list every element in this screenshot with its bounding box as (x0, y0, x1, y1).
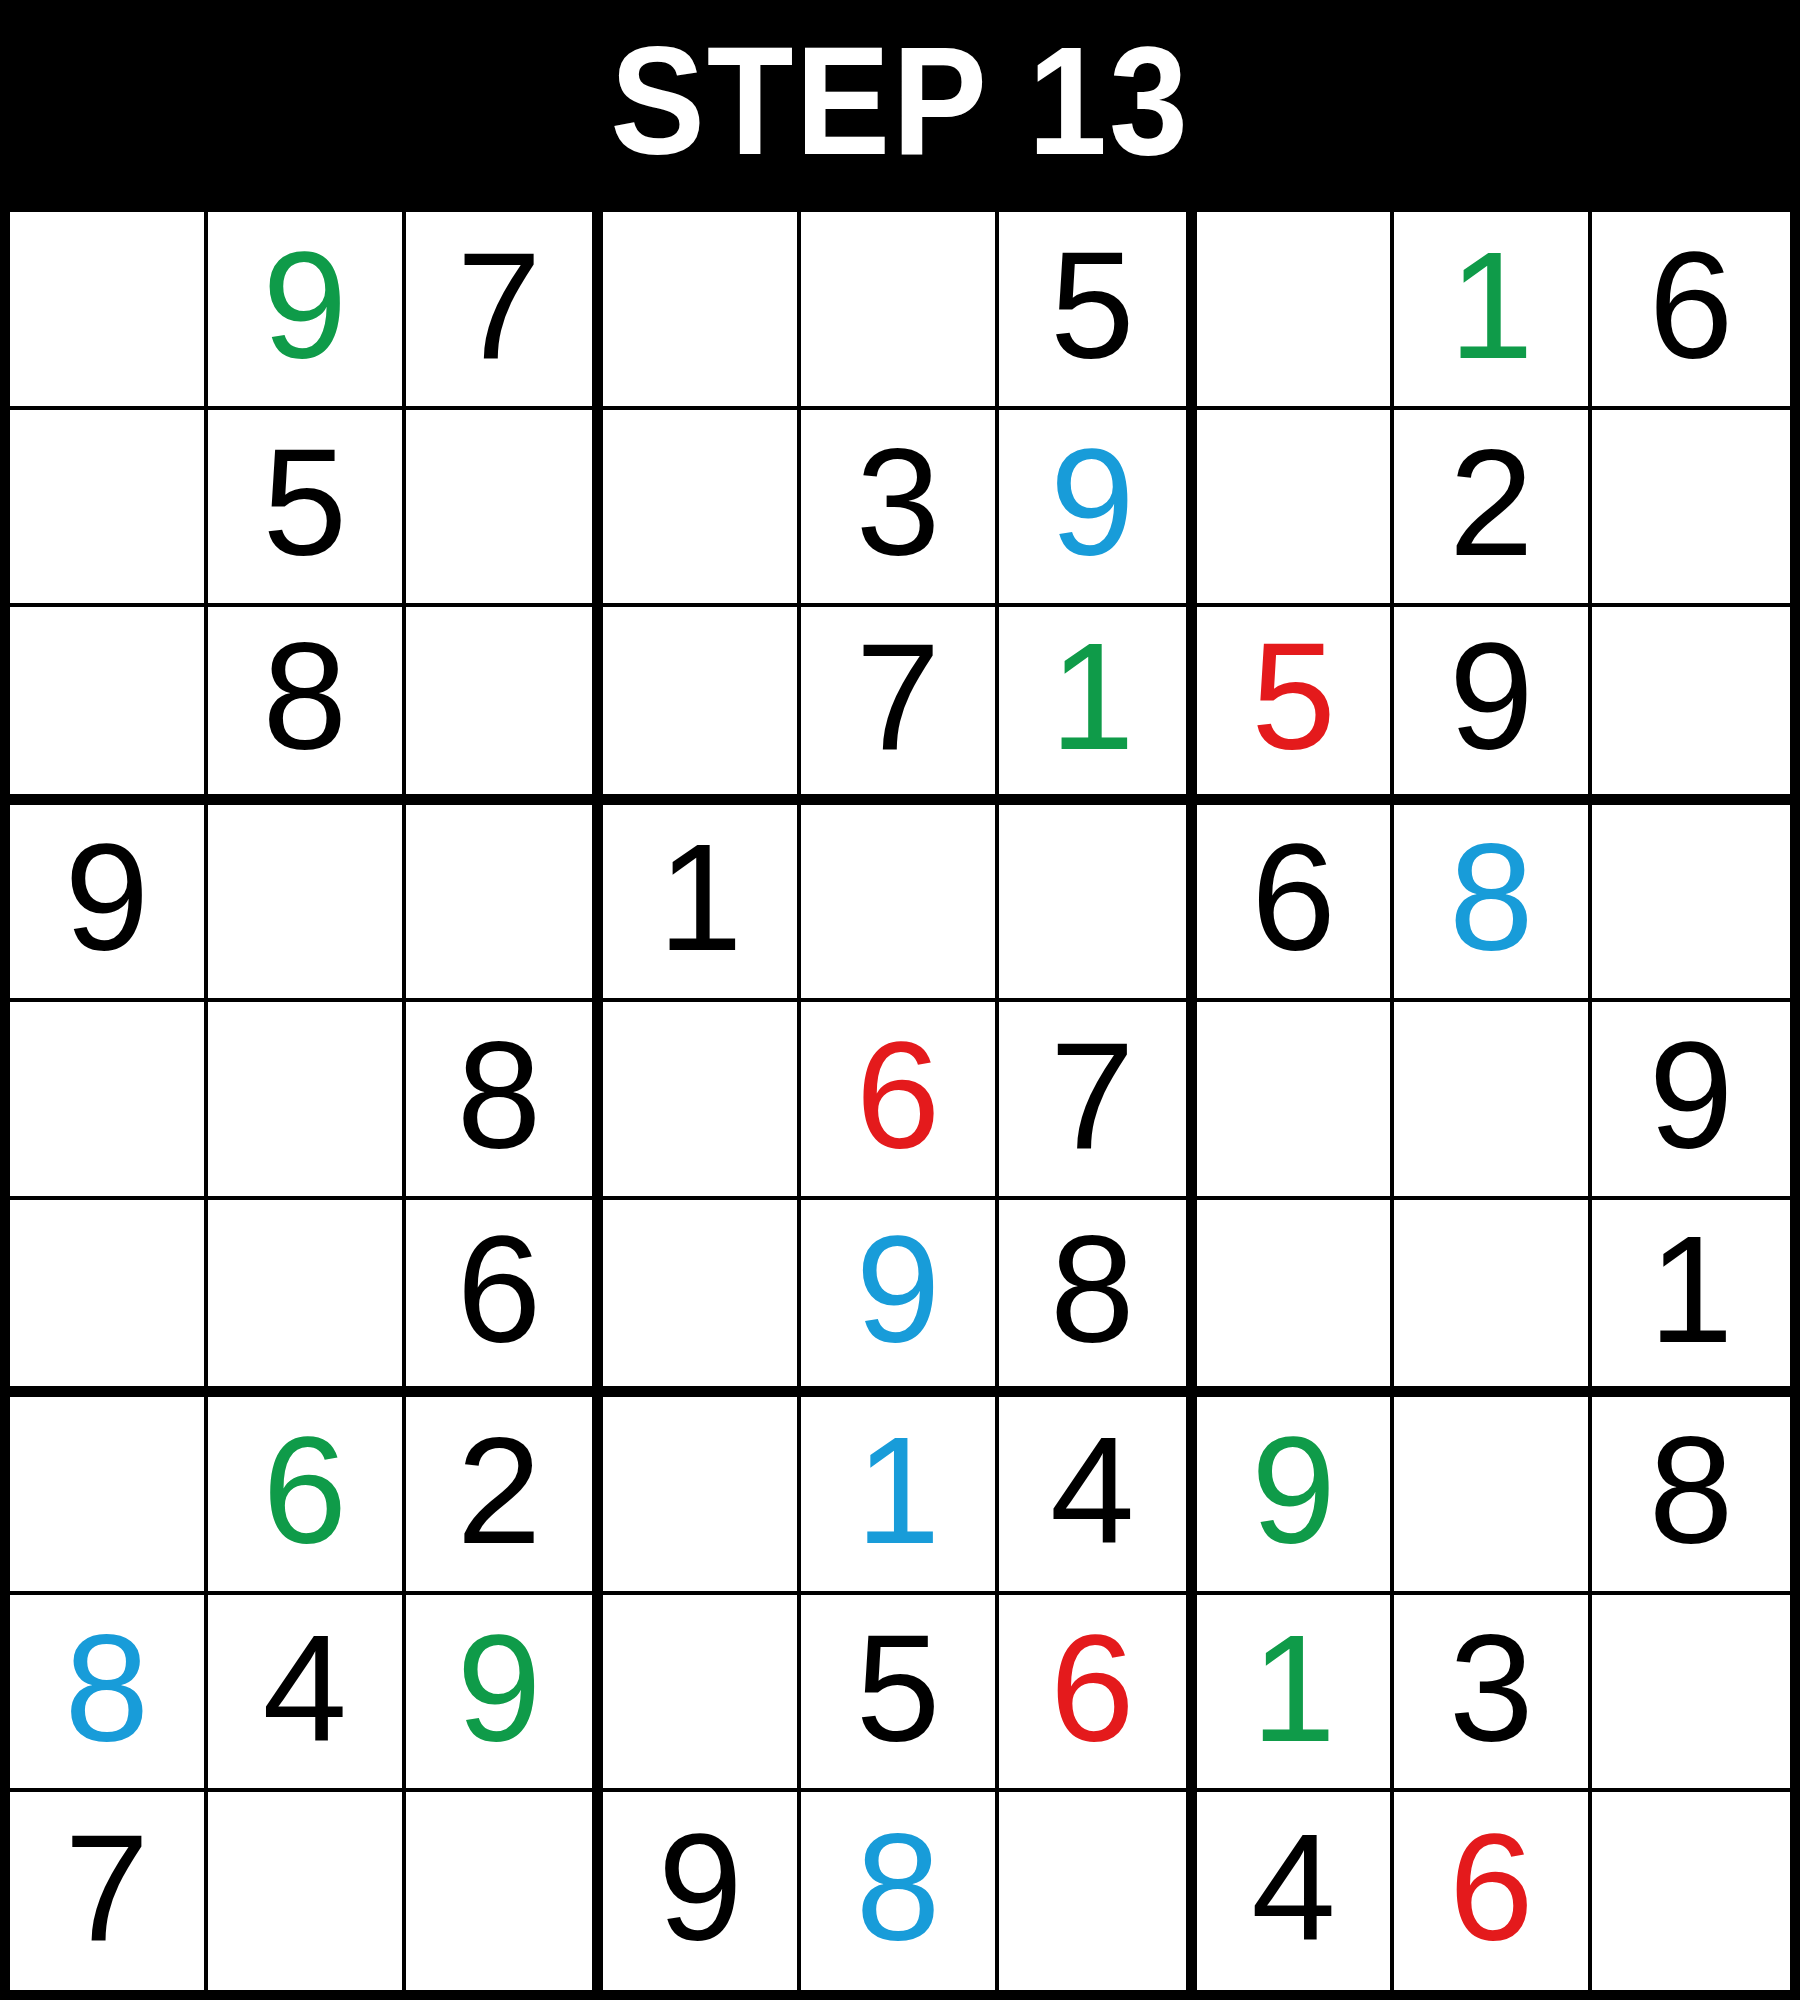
cell-r9c5[interactable]: 8 (801, 1792, 999, 1990)
cell-value: 7 (1050, 1019, 1135, 1171)
cell-value: 1 (1449, 229, 1534, 381)
cell-value: 4 (1251, 1811, 1336, 1963)
cell-value: 5 (262, 426, 347, 578)
cell-value: 2 (1449, 426, 1534, 578)
cell-r2c3[interactable] (406, 410, 604, 608)
cell-r5c1[interactable] (10, 1002, 208, 1200)
cell-r1c4[interactable] (603, 212, 801, 410)
cell-r4c4[interactable]: 1 (603, 805, 801, 1003)
cell-r5c4[interactable] (603, 1002, 801, 1200)
cell-r3c7[interactable]: 5 (1197, 607, 1395, 805)
cell-value: 4 (1050, 1414, 1135, 1566)
cell-value: 9 (658, 1811, 743, 1963)
cell-r1c8[interactable]: 1 (1394, 212, 1592, 410)
cell-r8c6[interactable]: 6 (999, 1595, 1197, 1793)
cell-value: 8 (457, 1019, 542, 1171)
cell-value: 7 (856, 620, 941, 772)
cell-value: 9 (1449, 620, 1534, 772)
cell-value: 9 (1649, 1019, 1734, 1171)
cell-r2c8[interactable]: 2 (1394, 410, 1592, 608)
cell-value: 6 (1649, 229, 1734, 381)
cell-r6c2[interactable] (208, 1200, 406, 1398)
cell-value: 5 (856, 1612, 941, 1764)
cell-r2c2[interactable]: 5 (208, 410, 406, 608)
cell-r8c9[interactable] (1592, 1595, 1790, 1793)
cell-r1c2[interactable]: 9 (208, 212, 406, 410)
cell-r1c1[interactable] (10, 212, 208, 410)
cell-value: 7 (65, 1811, 150, 1963)
cell-r5c6[interactable]: 7 (999, 1002, 1197, 1200)
cell-r8c2[interactable]: 4 (208, 1595, 406, 1793)
cell-value: 9 (856, 1213, 941, 1365)
cell-value: 6 (1251, 821, 1336, 973)
cell-r1c7[interactable] (1197, 212, 1395, 410)
cell-value: 8 (65, 1612, 150, 1764)
cell-r2c1[interactable] (10, 410, 208, 608)
cell-r1c9[interactable]: 6 (1592, 212, 1790, 410)
step-title: STEP 13 (610, 24, 1190, 177)
cell-value: 5 (1050, 229, 1135, 381)
cell-value: 6 (1449, 1811, 1534, 1963)
cell-r9c6[interactable] (999, 1792, 1197, 1990)
cell-r4c6[interactable] (999, 805, 1197, 1003)
cell-r5c7[interactable] (1197, 1002, 1395, 1200)
cell-r2c9[interactable] (1592, 410, 1790, 608)
cell-r9c4[interactable]: 9 (603, 1792, 801, 1990)
cell-r3c4[interactable] (603, 607, 801, 805)
cell-r3c6[interactable]: 1 (999, 607, 1197, 805)
cell-r7c8[interactable] (1394, 1397, 1592, 1595)
cell-r4c2[interactable] (208, 805, 406, 1003)
cell-value: 9 (1251, 1414, 1336, 1566)
cell-r5c8[interactable] (1394, 1002, 1592, 1200)
cell-value: 1 (1050, 620, 1135, 772)
cell-r8c5[interactable]: 5 (801, 1595, 999, 1793)
sudoku-page: STEP 13 97516539287159916886796981621498… (0, 0, 1800, 2000)
cell-r9c3[interactable] (406, 1792, 604, 1990)
cell-r7c7[interactable]: 9 (1197, 1397, 1395, 1595)
cell-r3c3[interactable] (406, 607, 604, 805)
cell-value: 7 (457, 229, 542, 381)
cell-r9c9[interactable] (1592, 1792, 1790, 1990)
cell-r8c8[interactable]: 3 (1394, 1595, 1592, 1793)
cell-value: 9 (65, 821, 150, 973)
cell-value: 8 (1050, 1213, 1135, 1365)
cell-r4c9[interactable] (1592, 805, 1790, 1003)
cell-r6c5[interactable]: 9 (801, 1200, 999, 1398)
cell-value: 8 (1449, 821, 1534, 973)
cell-value: 9 (1050, 426, 1135, 578)
cell-r4c3[interactable] (406, 805, 604, 1003)
cell-r6c1[interactable] (10, 1200, 208, 1398)
sudoku-board: 9751653928715991688679698162149884956137… (0, 202, 1800, 2000)
cell-value: 8 (1649, 1414, 1734, 1566)
cell-r7c6[interactable]: 4 (999, 1397, 1197, 1595)
cell-r6c8[interactable] (1394, 1200, 1592, 1398)
cell-r3c2[interactable]: 8 (208, 607, 406, 805)
cell-r3c1[interactable] (10, 607, 208, 805)
cell-r2c4[interactable] (603, 410, 801, 608)
step-header: STEP 13 (0, 0, 1800, 202)
cell-value: 3 (856, 426, 941, 578)
cell-r1c3[interactable]: 7 (406, 212, 604, 410)
cell-r8c7[interactable]: 1 (1197, 1595, 1395, 1793)
cell-r7c1[interactable] (10, 1397, 208, 1595)
cell-r7c2[interactable]: 6 (208, 1397, 406, 1595)
cell-r4c8[interactable]: 8 (1394, 805, 1592, 1003)
cell-r3c9[interactable] (1592, 607, 1790, 805)
cell-value: 1 (1649, 1213, 1734, 1365)
cell-value: 9 (262, 229, 347, 381)
cell-r5c5[interactable]: 6 (801, 1002, 999, 1200)
cell-value: 1 (856, 1414, 941, 1566)
cell-r7c3[interactable]: 2 (406, 1397, 604, 1595)
cell-r6c6[interactable]: 8 (999, 1200, 1197, 1398)
cell-r6c7[interactable] (1197, 1200, 1395, 1398)
cell-value: 5 (1251, 620, 1336, 772)
cell-r7c9[interactable]: 8 (1592, 1397, 1790, 1595)
cell-r1c5[interactable] (801, 212, 999, 410)
cell-r8c4[interactable] (603, 1595, 801, 1793)
cell-r1c6[interactable]: 5 (999, 212, 1197, 410)
cell-r5c3[interactable]: 8 (406, 1002, 604, 1200)
cell-r9c7[interactable]: 4 (1197, 1792, 1395, 1990)
cell-r6c4[interactable] (603, 1200, 801, 1398)
cell-r4c7[interactable]: 6 (1197, 805, 1395, 1003)
cell-value: 8 (262, 620, 347, 772)
cell-r5c2[interactable] (208, 1002, 406, 1200)
cell-value: 1 (1251, 1612, 1336, 1764)
cell-r6c9[interactable]: 1 (1592, 1200, 1790, 1398)
cell-r2c5[interactable]: 3 (801, 410, 999, 608)
cell-value: 8 (856, 1811, 941, 1963)
cell-value: 1 (658, 821, 743, 973)
cell-r2c6[interactable]: 9 (999, 410, 1197, 608)
cell-r9c8[interactable]: 6 (1394, 1792, 1592, 1990)
cell-r7c5[interactable]: 1 (801, 1397, 999, 1595)
cell-value: 6 (1050, 1612, 1135, 1764)
cell-r3c5[interactable]: 7 (801, 607, 999, 805)
cell-value: 6 (457, 1213, 542, 1365)
cell-value: 6 (856, 1019, 941, 1171)
cell-r6c3[interactable]: 6 (406, 1200, 604, 1398)
cell-value: 6 (262, 1414, 347, 1566)
cell-value: 9 (457, 1612, 542, 1764)
cell-r9c1[interactable]: 7 (10, 1792, 208, 1990)
cell-r5c9[interactable]: 9 (1592, 1002, 1790, 1200)
cell-r2c7[interactable] (1197, 410, 1395, 608)
cell-r7c4[interactable] (603, 1397, 801, 1595)
cell-r4c1[interactable]: 9 (10, 805, 208, 1003)
cell-value: 3 (1449, 1612, 1534, 1764)
cell-r8c1[interactable]: 8 (10, 1595, 208, 1793)
cell-r3c8[interactable]: 9 (1394, 607, 1592, 805)
cell-value: 2 (457, 1414, 542, 1566)
cell-r4c5[interactable] (801, 805, 999, 1003)
cell-value: 4 (262, 1612, 347, 1764)
cell-r9c2[interactable] (208, 1792, 406, 1990)
cell-r8c3[interactable]: 9 (406, 1595, 604, 1793)
